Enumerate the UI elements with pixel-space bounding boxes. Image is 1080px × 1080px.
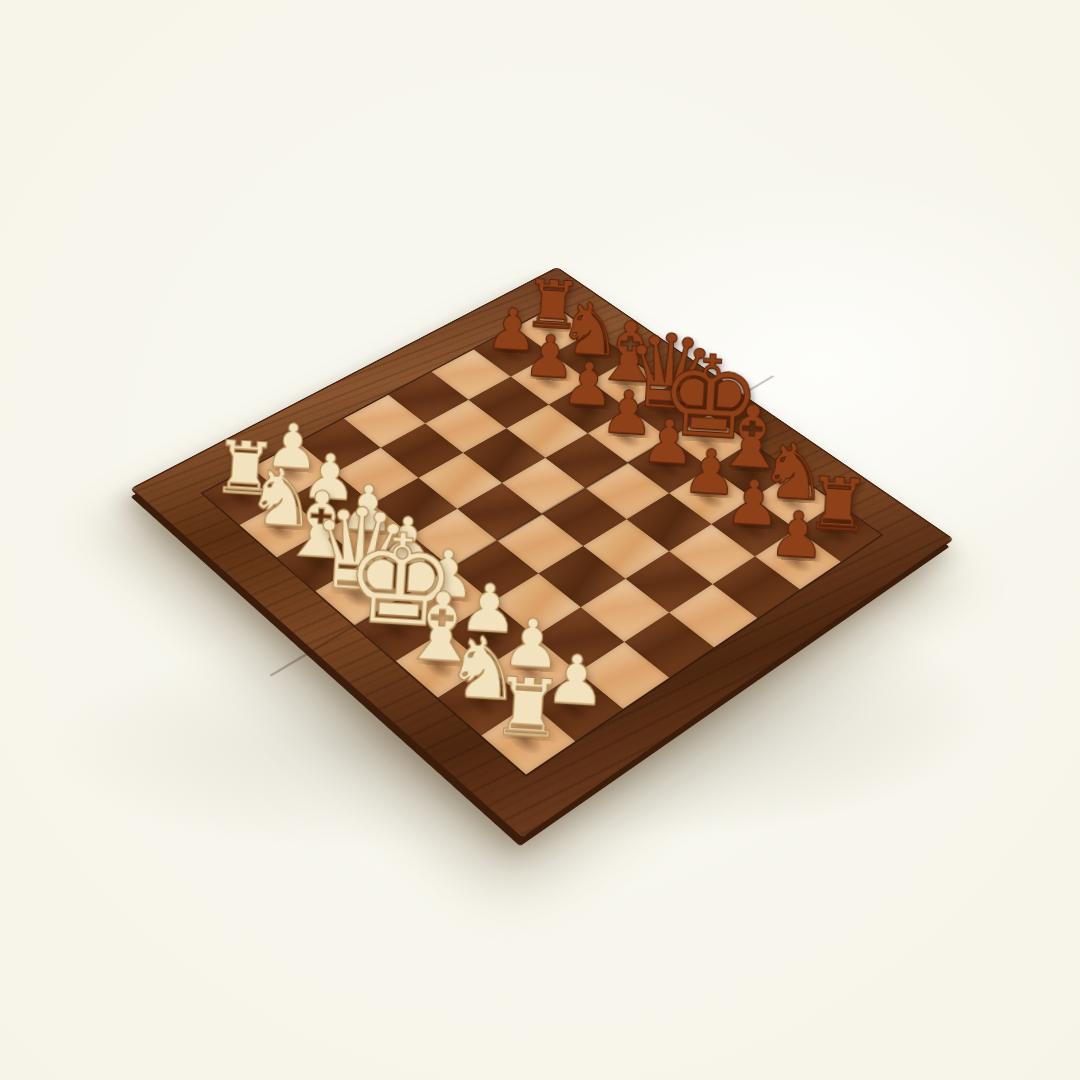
chess-board: ♜♞♝♛♚♝♞♜♟♟♟♟♟♟♟♟♟♟♟♟♟♟♟♟♜♞♝♛♚♝♞♜ [235, 207, 849, 821]
board-grid: ♜♞♝♛♚♝♞♜♟♟♟♟♟♟♟♟♟♟♟♟♟♟♟♟♜♞♝♛♚♝♞♜ [203, 306, 881, 774]
square-h1[interactable]: ♜ [481, 703, 575, 774]
product-photo-stage: ♜♞♝♛♚♝♞♜♟♟♟♟♟♟♟♟♟♟♟♟♟♟♟♟♜♞♝♛♚♝♞♜ [0, 0, 1080, 1080]
square-c4[interactable] [418, 453, 502, 509]
board-perspective-scene: ♜♞♝♛♚♝♞♜♟♟♟♟♟♟♟♟♟♟♟♟♟♟♟♟♜♞♝♛♚♝♞♜ [235, 207, 849, 821]
black-pawn-glyph: ♟ [767, 504, 827, 567]
board-frame: ♜♞♝♛♚♝♞♜♟♟♟♟♟♟♟♟♟♟♟♟♟♟♟♟♜♞♝♛♚♝♞♜ [133, 268, 952, 837]
white-rook-glyph: ♜ [490, 668, 566, 748]
